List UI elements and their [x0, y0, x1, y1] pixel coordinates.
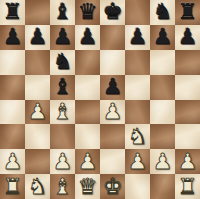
square-e8[interactable]: ♚: [100, 0, 125, 25]
square-g6[interactable]: [150, 50, 175, 75]
square-a6[interactable]: [0, 50, 25, 75]
white-pawn[interactable]: ♟: [53, 151, 73, 173]
square-d7[interactable]: ♟: [75, 25, 100, 50]
square-e4[interactable]: ♟: [100, 100, 125, 125]
square-e1[interactable]: ♚: [100, 174, 125, 199]
square-h5[interactable]: [175, 75, 200, 100]
square-f8[interactable]: [125, 0, 150, 25]
square-a3[interactable]: [0, 124, 25, 149]
square-h4[interactable]: [175, 100, 200, 125]
white-knight[interactable]: ♞: [28, 176, 48, 198]
square-d5[interactable]: [75, 75, 100, 100]
white-bishop[interactable]: ♝: [53, 176, 73, 198]
square-d8[interactable]: ♛: [75, 0, 100, 25]
black-bishop[interactable]: ♝: [53, 1, 73, 23]
white-pawn[interactable]: ♟: [78, 151, 98, 173]
square-h8[interactable]: ♜: [175, 0, 200, 25]
square-a7[interactable]: ♟: [0, 25, 25, 50]
black-queen[interactable]: ♛: [78, 1, 98, 23]
square-f4[interactable]: [125, 100, 150, 125]
white-queen[interactable]: ♛: [78, 176, 98, 198]
white-pawn[interactable]: ♟: [3, 151, 23, 173]
white-pawn[interactable]: ♟: [153, 151, 173, 173]
square-g1[interactable]: [150, 174, 175, 199]
square-f5[interactable]: [125, 75, 150, 100]
black-pawn[interactable]: ♟: [78, 26, 98, 48]
square-c2[interactable]: ♟: [50, 149, 75, 174]
square-e5[interactable]: ♟: [100, 75, 125, 100]
square-b2[interactable]: [25, 149, 50, 174]
black-rook[interactable]: ♜: [3, 1, 23, 23]
chess-board: ♜♝♛♚♞♜♟♟♟♟♟♟♟♞♝♟♟♝♟♞♟♟♟♟♟♟♜♞♝♛♚♜: [0, 0, 200, 199]
square-a2[interactable]: ♟: [0, 149, 25, 174]
square-b8[interactable]: [25, 0, 50, 25]
square-c6[interactable]: ♞: [50, 50, 75, 75]
black-bishop[interactable]: ♝: [53, 76, 73, 98]
white-pawn[interactable]: ♟: [28, 101, 48, 123]
square-h7[interactable]: ♟: [175, 25, 200, 50]
square-b4[interactable]: ♟: [25, 100, 50, 125]
square-e6[interactable]: [100, 50, 125, 75]
white-pawn[interactable]: ♟: [178, 151, 198, 173]
square-c5[interactable]: ♝: [50, 75, 75, 100]
square-h6[interactable]: [175, 50, 200, 75]
square-d3[interactable]: [75, 124, 100, 149]
black-knight[interactable]: ♞: [53, 51, 73, 73]
black-rook[interactable]: ♜: [178, 1, 198, 23]
black-pawn[interactable]: ♟: [128, 26, 148, 48]
square-d1[interactable]: ♛: [75, 174, 100, 199]
square-h1[interactable]: ♜: [175, 174, 200, 199]
square-a8[interactable]: ♜: [0, 0, 25, 25]
square-h3[interactable]: [175, 124, 200, 149]
square-g3[interactable]: [150, 124, 175, 149]
square-d2[interactable]: ♟: [75, 149, 100, 174]
square-f7[interactable]: ♟: [125, 25, 150, 50]
square-h2[interactable]: ♟: [175, 149, 200, 174]
square-e3[interactable]: [100, 124, 125, 149]
white-pawn[interactable]: ♟: [128, 151, 148, 173]
white-knight[interactable]: ♞: [128, 126, 148, 148]
square-c1[interactable]: ♝: [50, 174, 75, 199]
square-f2[interactable]: ♟: [125, 149, 150, 174]
square-b1[interactable]: ♞: [25, 174, 50, 199]
black-pawn[interactable]: ♟: [53, 26, 73, 48]
square-c7[interactable]: ♟: [50, 25, 75, 50]
square-g2[interactable]: ♟: [150, 149, 175, 174]
square-g4[interactable]: [150, 100, 175, 125]
square-g7[interactable]: ♟: [150, 25, 175, 50]
square-g5[interactable]: [150, 75, 175, 100]
square-b3[interactable]: [25, 124, 50, 149]
black-knight[interactable]: ♞: [153, 1, 173, 23]
square-f6[interactable]: [125, 50, 150, 75]
square-a1[interactable]: ♜: [0, 174, 25, 199]
black-king[interactable]: ♚: [103, 1, 123, 23]
square-b5[interactable]: [25, 75, 50, 100]
black-pawn[interactable]: ♟: [153, 26, 173, 48]
square-f3[interactable]: ♞: [125, 124, 150, 149]
square-d4[interactable]: [75, 100, 100, 125]
square-e7[interactable]: [100, 25, 125, 50]
square-a5[interactable]: [0, 75, 25, 100]
white-pawn[interactable]: ♟: [103, 101, 123, 123]
square-d6[interactable]: [75, 50, 100, 75]
square-c4[interactable]: ♝: [50, 100, 75, 125]
square-b6[interactable]: [25, 50, 50, 75]
white-rook[interactable]: ♜: [178, 176, 198, 198]
white-king[interactable]: ♚: [103, 176, 123, 198]
square-a4[interactable]: [0, 100, 25, 125]
white-rook[interactable]: ♜: [3, 176, 23, 198]
black-pawn[interactable]: ♟: [3, 26, 23, 48]
square-c8[interactable]: ♝: [50, 0, 75, 25]
square-f1[interactable]: [125, 174, 150, 199]
square-b7[interactable]: ♟: [25, 25, 50, 50]
black-pawn[interactable]: ♟: [103, 76, 123, 98]
square-g8[interactable]: ♞: [150, 0, 175, 25]
black-pawn[interactable]: ♟: [178, 26, 198, 48]
square-c3[interactable]: [50, 124, 75, 149]
white-bishop[interactable]: ♝: [53, 101, 73, 123]
black-pawn[interactable]: ♟: [28, 26, 48, 48]
square-e2[interactable]: [100, 149, 125, 174]
